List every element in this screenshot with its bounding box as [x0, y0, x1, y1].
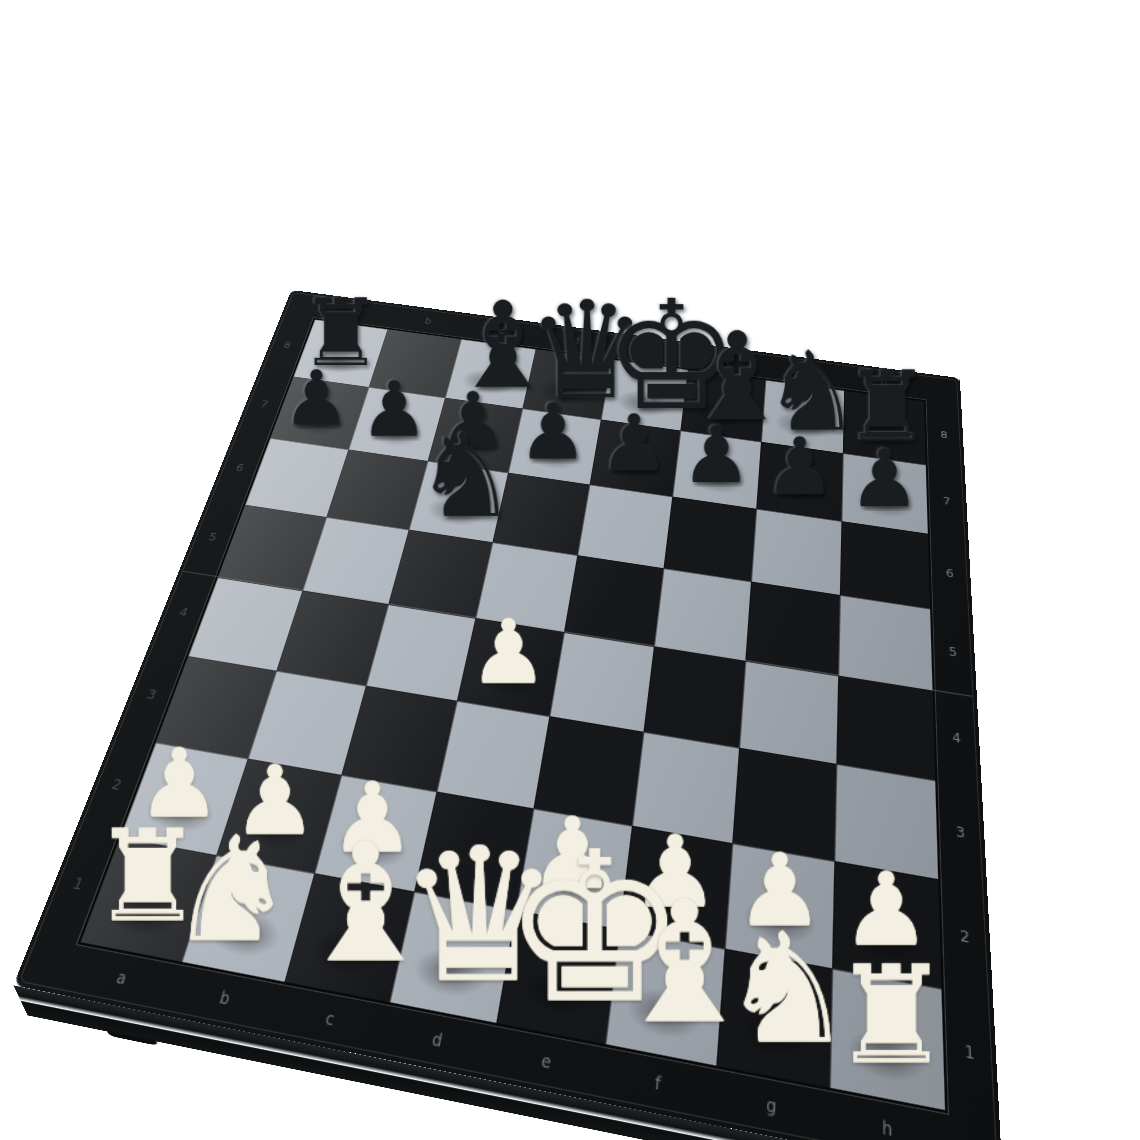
- square-d3: [437, 701, 550, 809]
- file-label-a: a: [65, 952, 178, 1004]
- square-f4: [643, 646, 745, 747]
- product-photo-scene: ♜♝♛♚♝♞♜♟♟♟♟♟♟♟♟♞♟♟♟♟♟♟♟♟♜♞♝♛♚♝♞♜ abcdefg…: [0, 0, 1140, 1140]
- file-label-f: f: [600, 1055, 716, 1112]
- square-g4: [739, 661, 838, 764]
- case-foot: [107, 1031, 158, 1046]
- rank-label-3: 3: [943, 782, 978, 887]
- file-label-e: e: [488, 1034, 603, 1090]
- rank-label-2: 2: [947, 881, 984, 997]
- case-right-side: [951, 378, 1003, 1140]
- square-c1: ♝: [284, 873, 414, 1002]
- rank-label-8: 8: [930, 402, 958, 469]
- case-foot: [973, 915, 977, 972]
- square-d4: ♟: [457, 618, 564, 716]
- rank-label-7: 7: [933, 466, 962, 539]
- square-g1: ♞: [716, 949, 832, 1088]
- rank-label-5: 5: [937, 610, 969, 697]
- file-label-d: d: [379, 1013, 494, 1068]
- rank-label-6: 6: [935, 535, 965, 614]
- square-d1: ♛: [389, 891, 515, 1022]
- square-e4: [549, 632, 654, 732]
- square-f1: ♝: [605, 929, 724, 1065]
- file-label-c: c: [273, 992, 387, 1046]
- rank-label-4: 4: [940, 692, 973, 787]
- file-label-b: b: [168, 972, 282, 1025]
- square-h4: [836, 676, 935, 781]
- square-h1: ♜: [830, 968, 946, 1110]
- square-e1: ♚: [496, 910, 619, 1044]
- chess-board: ♜♝♛♚♝♞♜♟♟♟♟♟♟♟♟♞♟♟♟♟♟♟♟♟♜♞♝♛♚♝♞♜ abcdefg…: [13, 290, 1003, 1140]
- file-label-g: g: [713, 1077, 829, 1135]
- rank-label-1: 1: [950, 990, 990, 1119]
